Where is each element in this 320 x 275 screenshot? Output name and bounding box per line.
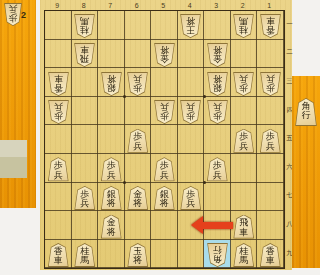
gote-hand-pawn-count: 2: [21, 10, 26, 20]
square-97[interactable]: [45, 183, 72, 212]
piece-face: 香車: [261, 244, 280, 266]
piece-kanji: 銀将: [208, 72, 227, 91]
square-27[interactable]: [231, 183, 258, 212]
piece-kanji: 香車: [261, 15, 280, 34]
square-26[interactable]: [231, 154, 258, 183]
piece-face: 歩兵: [102, 158, 121, 180]
square-16[interactable]: [257, 154, 284, 183]
piece-face: 歩兵: [208, 101, 227, 123]
piece-kanji: 歩兵: [49, 161, 68, 180]
piece-face: 歩兵: [181, 101, 200, 123]
file-label-8: 8: [71, 1, 98, 10]
piece-face: 歩兵: [49, 158, 68, 180]
piece-kanji: 金将: [128, 190, 147, 209]
piece-kanji: 歩兵: [181, 101, 200, 120]
piece-face: 歩兵: [234, 72, 253, 94]
square-43[interactable]: [178, 68, 205, 97]
square-98[interactable]: [45, 211, 72, 240]
rank-label-1: 一: [285, 10, 294, 39]
piece-face: 歩兵: [128, 129, 147, 151]
square-31[interactable]: [204, 11, 231, 40]
square-92[interactable]: [45, 40, 72, 69]
square-17[interactable]: [257, 183, 284, 212]
shogi-board: 987654321 一二三四五六七八九 桂馬王将桂馬香車飛車金将金将香車銀将歩兵…: [40, 0, 292, 270]
square-61[interactable]: [125, 11, 152, 40]
arrow-shaft: [202, 222, 233, 229]
square-72[interactable]: [98, 40, 125, 69]
square-53[interactable]: [151, 68, 178, 97]
piece-face: 角行: [296, 99, 316, 125]
square-18[interactable]: [257, 211, 284, 240]
square-51[interactable]: [151, 11, 178, 40]
piece-kanji: 歩兵: [234, 72, 253, 91]
square-75[interactable]: [98, 125, 125, 154]
square-71[interactable]: [98, 11, 125, 40]
piece-kanji: 香車: [49, 72, 68, 91]
piece-face: 桂馬: [234, 15, 253, 37]
piece-face: 金将: [208, 44, 227, 66]
piece-face: 歩兵: [155, 158, 174, 180]
square-37[interactable]: [204, 183, 231, 212]
piece-face: 桂馬: [75, 244, 94, 266]
piece-kanji: 銀将: [155, 190, 174, 209]
piece-face: 歩兵: [49, 101, 68, 123]
piece-face: 金将: [102, 215, 121, 237]
square-59[interactable]: [151, 240, 178, 269]
square-12[interactable]: [257, 40, 284, 69]
square-84[interactable]: [72, 97, 99, 126]
piece-face: 飛車: [234, 215, 253, 237]
piece-face: 歩兵: [181, 187, 200, 209]
piece-face: 金将: [128, 187, 147, 209]
piece-kanji: 歩兵: [261, 72, 280, 91]
piece-face: 王将: [181, 15, 200, 37]
move-arrow: [191, 216, 234, 234]
piece-kanji: 玉将: [128, 247, 147, 266]
sente-komadai: 角行: [292, 76, 320, 268]
piece-face: 角行: [208, 244, 227, 266]
piece-kanji: 飛車: [75, 44, 94, 63]
piece-kanji: 歩兵: [49, 101, 68, 120]
piece-face: 歩兵: [5, 4, 21, 25]
piece-kanji: 銀将: [102, 72, 121, 91]
piece-kanji: 歩兵: [208, 161, 227, 180]
square-49[interactable]: [178, 240, 205, 269]
piece-kanji: 金将: [102, 218, 121, 237]
square-24[interactable]: [231, 97, 258, 126]
square-95[interactable]: [45, 125, 72, 154]
piece-kanji: 角行: [208, 244, 227, 263]
square-55[interactable]: [151, 125, 178, 154]
piece-face: 銀将: [102, 72, 121, 94]
piece-face: 銀将: [102, 187, 121, 209]
square-74[interactable]: [98, 97, 125, 126]
square-42[interactable]: [178, 40, 205, 69]
piece-face: 歩兵: [155, 101, 174, 123]
square-62[interactable]: [125, 40, 152, 69]
square-66[interactable]: [125, 154, 152, 183]
piece-face: 歩兵: [75, 187, 94, 209]
piece-kanji: 金将: [208, 44, 227, 63]
piece-kanji: 角行: [296, 102, 316, 125]
piece-kanji: 桂馬: [75, 247, 94, 266]
piece-kanji: 歩兵: [75, 190, 94, 209]
piece-歩兵-gote[interactable]: 歩兵: [4, 3, 22, 26]
file-label-6: 6: [124, 1, 151, 10]
piece-kanji: 歩兵: [234, 132, 253, 151]
square-35[interactable]: [204, 125, 231, 154]
piece-face: 桂馬: [234, 244, 253, 266]
square-86[interactable]: [72, 154, 99, 183]
piece-face: 香車: [261, 15, 280, 37]
piece-kanji: 桂馬: [234, 247, 253, 266]
square-58[interactable]: [151, 211, 178, 240]
piece-face: 金将: [155, 44, 174, 66]
file-labels: 987654321: [44, 1, 283, 10]
piece-face: 香車: [49, 244, 68, 266]
piece-kanji: 歩兵: [128, 72, 147, 91]
square-79[interactable]: [98, 240, 125, 269]
piece-kanji: 桂馬: [234, 15, 253, 34]
board-grid: 桂馬王将桂馬香車飛車金将金将香車銀将歩兵銀将歩兵歩兵歩兵歩兵歩兵歩兵歩兵歩兵歩兵…: [44, 10, 285, 269]
hoshi-dot: [203, 95, 206, 98]
square-68[interactable]: [125, 211, 152, 240]
file-label-9: 9: [44, 1, 71, 10]
piece-kanji: 香車: [49, 247, 68, 266]
piece-kanji: 飛車: [234, 218, 253, 237]
piece-face: 歩兵: [234, 129, 253, 151]
piece-kanji: 歩兵: [261, 132, 280, 151]
piece-face: 玉将: [128, 244, 147, 266]
file-label-2: 2: [230, 1, 257, 10]
piece-kanji: 歩兵: [5, 4, 21, 22]
piece-face: 銀将: [155, 187, 174, 209]
square-64[interactable]: [125, 97, 152, 126]
square-88[interactable]: [72, 211, 99, 240]
piece-kanji: 歩兵: [181, 190, 200, 209]
piece-face: 飛車: [75, 44, 94, 66]
square-83[interactable]: [72, 68, 99, 97]
piece-kanji: 歩兵: [155, 161, 174, 180]
piece-kanji: 金将: [155, 44, 174, 63]
file-label-1: 1: [256, 1, 283, 10]
piece-kanji: 王将: [181, 15, 200, 34]
piece-kanji: 桂馬: [75, 15, 94, 34]
piece-kanji: 香車: [261, 247, 280, 266]
file-label-4: 4: [177, 1, 204, 10]
komadai-empty-slot: [0, 140, 27, 178]
piece-kanji: 歩兵: [155, 101, 174, 120]
square-85[interactable]: [72, 125, 99, 154]
piece-face: 歩兵: [261, 129, 280, 151]
file-label-7: 7: [97, 1, 124, 10]
file-label-3: 3: [203, 1, 230, 10]
piece-face: 歩兵: [208, 158, 227, 180]
piece-face: 歩兵: [128, 72, 147, 94]
piece-kanji: 銀将: [102, 190, 121, 209]
square-22[interactable]: [231, 40, 258, 69]
piece-kanji: 歩兵: [102, 161, 121, 180]
file-label-5: 5: [150, 1, 177, 10]
piece-kanji: 歩兵: [128, 132, 147, 151]
piece-face: 銀将: [208, 72, 227, 94]
square-91[interactable]: [45, 11, 72, 40]
rank-label-2: 二: [285, 39, 294, 68]
piece-face: 歩兵: [261, 72, 280, 94]
square-45[interactable]: [178, 125, 205, 154]
piece-face: 桂馬: [75, 15, 94, 37]
square-14[interactable]: [257, 97, 284, 126]
square-46[interactable]: [178, 154, 205, 183]
gote-komadai: 歩兵 2: [0, 0, 36, 208]
hoshi-dot: [203, 181, 206, 184]
piece-kanji: 歩兵: [208, 101, 227, 120]
piece-角行-sente[interactable]: 角行: [295, 98, 317, 126]
piece-face: 香車: [49, 72, 68, 94]
